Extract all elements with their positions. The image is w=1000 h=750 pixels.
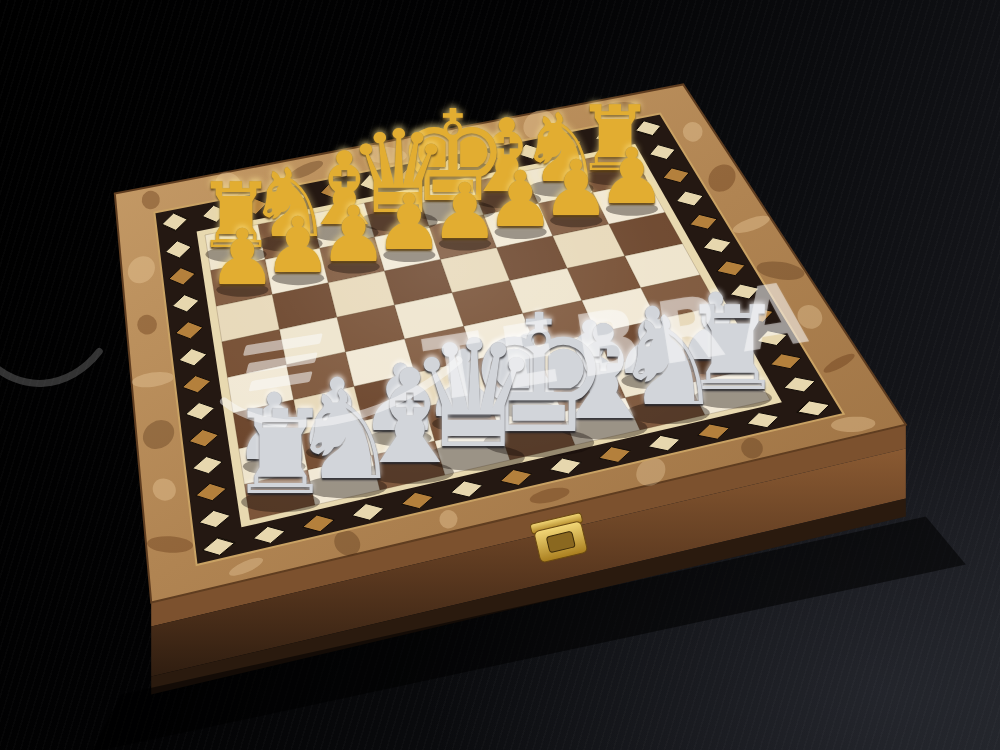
chess-box [0,0,1000,750]
piece-shadow [606,202,658,216]
piece-shadow [529,180,594,197]
piece-shadow [369,430,432,447]
piece-shadow [272,271,324,285]
chess-box-photo: ♜♞♝♛♚♝♞♜♟♟♟♟♟♟♟♟♟♟♟♟♟♟♟♟♜♞♝♛♚♝♞♜ TEBRA [0,0,1000,750]
piece-shadow [243,458,306,475]
piece-shadow [684,358,747,375]
piece-shadow [585,169,646,185]
piece-shadow [306,444,369,461]
piece-shadow [328,260,380,274]
piece-shadow [550,214,602,228]
piece-shadow [621,373,684,390]
piece-shadow [495,401,558,418]
piece-shadow [241,491,320,512]
piece-shadow [258,235,323,252]
piece-shadow [216,283,268,297]
piece-shadow [495,225,547,239]
piece-shadow [559,416,647,439]
piece-shadow [432,415,495,432]
piece-shadow [205,246,266,262]
piece-shadow [439,237,491,251]
piece-shadow [473,190,541,208]
piece-shadow [693,388,772,409]
piece-shadow [383,248,435,262]
piece-shadow [626,402,710,424]
piece-shadow [558,387,621,404]
